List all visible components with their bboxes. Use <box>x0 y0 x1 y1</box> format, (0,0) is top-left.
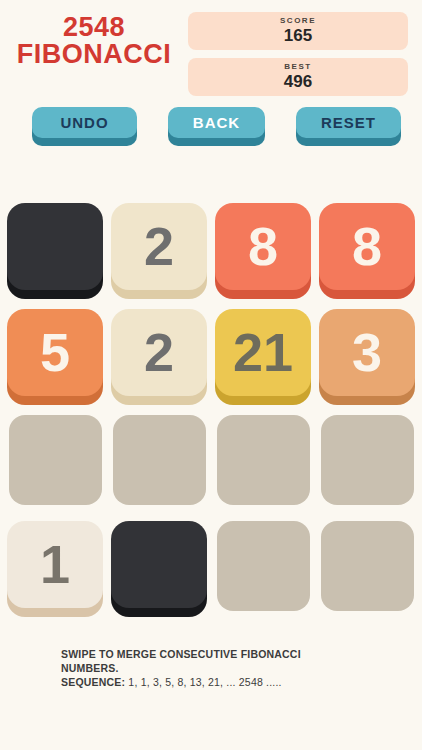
undo-button[interactable]: UNDO <box>32 107 137 138</box>
empty-cell <box>321 521 414 611</box>
instructions-line2: SEQUENCE: 1, 1, 3, 5, 8, 13, 21, ... 254… <box>61 675 361 689</box>
footer: SWIPE TO MERGE CONSECUTIVE FIBONACCI NUM… <box>0 647 422 689</box>
score-value: 165 <box>284 26 312 46</box>
score-box: SCORE 165 <box>188 12 408 50</box>
tile-2: 2 <box>111 203 207 290</box>
best-box: BEST 496 <box>188 58 408 96</box>
sequence-value: 1, 1, 3, 5, 8, 13, 21, ... 2548 ..... <box>125 676 281 688</box>
sequence-label: SEQUENCE: <box>61 676 125 688</box>
empty-cell <box>9 415 102 505</box>
game-title-line2: FIBONACCI <box>14 41 174 68</box>
block-tile <box>111 521 207 608</box>
tile-21: 21 <box>215 309 311 396</box>
tile-3: 3 <box>319 309 415 396</box>
board[interactable]: 288522131 <box>7 203 415 617</box>
tile-8: 8 <box>215 203 311 290</box>
best-label: BEST <box>284 62 311 71</box>
tile-5: 5 <box>7 309 103 396</box>
block-tile <box>7 203 103 290</box>
tile-8: 8 <box>319 203 415 290</box>
empty-cell <box>217 521 310 611</box>
empty-cell <box>217 415 310 505</box>
back-button[interactable]: BACK <box>168 107 265 138</box>
reset-button[interactable]: RESET <box>296 107 401 138</box>
best-value: 496 <box>284 72 312 92</box>
empty-cell <box>113 415 206 505</box>
empty-cell <box>321 415 414 505</box>
button-bar: UNDO BACK RESET <box>0 107 422 138</box>
score-panel: SCORE 165 BEST 496 <box>188 12 408 96</box>
score-label: SCORE <box>280 16 316 25</box>
tile-1: 1 <box>7 521 103 608</box>
game-title-line1: 2548 <box>14 14 174 41</box>
instructions-line1: SWIPE TO MERGE CONSECUTIVE FIBONACCI NUM… <box>61 647 361 675</box>
header: 2548 FIBONACCI SCORE 165 BEST 496 <box>14 12 408 96</box>
tile-2: 2 <box>111 309 207 396</box>
game-title: 2548 FIBONACCI <box>14 12 174 68</box>
